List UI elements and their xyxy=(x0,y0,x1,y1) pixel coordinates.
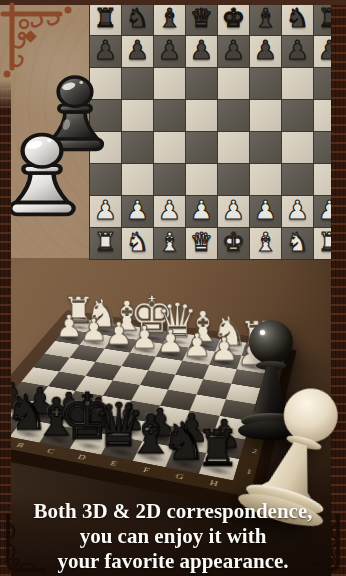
square-2d-f2[interactable]: ♟ xyxy=(250,196,281,227)
square-2d-h1[interactable]: ♜ xyxy=(314,228,345,259)
piece-2d-black-pawn[interactable]: ♟ xyxy=(250,34,281,67)
square-2d-d4[interactable] xyxy=(186,132,217,163)
top-border-bar xyxy=(0,0,346,5)
piece-3d-white-pawn[interactable]: ♟ xyxy=(104,318,132,349)
square-2d-f3[interactable] xyxy=(250,164,281,195)
square-2d-b7[interactable]: ♟ xyxy=(122,36,153,67)
square-2d-b4[interactable] xyxy=(122,132,153,163)
piece-2d-black-knight[interactable]: ♞ xyxy=(122,2,153,35)
caption: Both 3D & 2D correspondence, you can enj… xyxy=(0,499,346,574)
piece-2d-black-king[interactable]: ♚ xyxy=(218,2,249,35)
square-2d-a5[interactable] xyxy=(90,100,121,131)
piece-3d-white-pawn[interactable]: ♟ xyxy=(55,310,83,341)
square-2d-h5[interactable] xyxy=(314,100,345,131)
square-2d-e7[interactable]: ♟ xyxy=(218,36,249,67)
square-2d-c2[interactable]: ♟ xyxy=(154,196,185,227)
square-2d-c5[interactable] xyxy=(154,100,185,131)
square-2d-e2[interactable]: ♟ xyxy=(218,196,249,227)
piece-2d-black-pawn[interactable]: ♟ xyxy=(186,34,217,67)
piece-2d-white-king[interactable]: ♚ xyxy=(218,226,249,259)
piece-2d-white-queen[interactable]: ♛ xyxy=(186,226,217,259)
square-2d-e4[interactable] xyxy=(218,132,249,163)
square-2d-d5[interactable] xyxy=(186,100,217,131)
square-2d-a2[interactable]: ♟ xyxy=(90,196,121,227)
square-2d-d8[interactable]: ♛ xyxy=(186,4,217,35)
square-2d-b1[interactable]: ♞ xyxy=(122,228,153,259)
square-2d-b5[interactable] xyxy=(122,100,153,131)
square-2d-a8[interactable]: ♜ xyxy=(90,4,121,35)
piece-2d-white-knight[interactable]: ♞ xyxy=(122,226,153,259)
square-2d-g5[interactable] xyxy=(282,100,313,131)
piece-2d-black-pawn[interactable]: ♟ xyxy=(314,34,345,67)
square-2d-c3[interactable] xyxy=(154,164,185,195)
piece-2d-black-rook[interactable]: ♜ xyxy=(314,2,345,35)
piece-2d-white-pawn[interactable]: ♟ xyxy=(250,194,281,227)
piece-2d-white-rook[interactable]: ♜ xyxy=(90,226,121,259)
square-2d-c7[interactable]: ♟ xyxy=(154,36,185,67)
square-2d-c6[interactable] xyxy=(154,68,185,99)
piece-2d-white-pawn[interactable]: ♟ xyxy=(218,194,249,227)
piece-2d-black-pawn[interactable]: ♟ xyxy=(282,34,313,67)
top-left-corner-ornament xyxy=(0,2,74,80)
square-2d-h6[interactable] xyxy=(314,68,345,99)
piece-2d-black-pawn[interactable]: ♟ xyxy=(218,34,249,67)
square-2d-h7[interactable]: ♟ xyxy=(314,36,345,67)
caption-line-3: your favorite appearance. xyxy=(0,549,346,574)
piece-2d-black-bishop[interactable]: ♝ xyxy=(250,2,281,35)
piece-3d-white-pawn[interactable]: ♟ xyxy=(130,321,158,353)
square-2d-f4[interactable] xyxy=(250,132,281,163)
piece-2d-black-pawn[interactable]: ♟ xyxy=(122,34,153,67)
piece-2d-white-knight[interactable]: ♞ xyxy=(282,226,313,259)
square-2d-f1[interactable]: ♝ xyxy=(250,228,281,259)
square-2d-f5[interactable] xyxy=(250,100,281,131)
square-2d-h4[interactable] xyxy=(314,132,345,163)
piece-2d-black-pawn[interactable]: ♟ xyxy=(154,34,185,67)
rank-label-1: 1 xyxy=(243,461,254,483)
piece-2d-white-bishop[interactable]: ♝ xyxy=(154,226,185,259)
square-2d-c8[interactable]: ♝ xyxy=(154,4,185,35)
square-2d-c1[interactable]: ♝ xyxy=(154,228,185,259)
piece-2d-black-knight[interactable]: ♞ xyxy=(282,2,313,35)
caption-line-2: you can enjoy it with xyxy=(0,524,346,549)
square-2d-a4[interactable] xyxy=(90,132,121,163)
piece-2d-white-rook[interactable]: ♜ xyxy=(314,226,345,259)
promo-screenshot: ♜♞♝♛♚♝♞♜♟♟♟♟♟♟♟♟♟♟♟♟♟♟♟♟♜♞♝♛♚♝♞♜ xyxy=(0,0,346,576)
square-2d-f8[interactable]: ♝ xyxy=(250,4,281,35)
piece-2d-black-rook[interactable]: ♜ xyxy=(90,2,121,35)
square-2d-h2[interactable]: ♟ xyxy=(314,196,345,227)
square-2d-a6[interactable] xyxy=(90,68,121,99)
square-2d-h8[interactable]: ♜ xyxy=(314,4,345,35)
rank-label-8: 8 xyxy=(277,348,285,362)
cartoon-white-pawn-icon xyxy=(6,128,78,218)
piece-2d-white-pawn[interactable]: ♟ xyxy=(154,194,185,227)
rank-label-7: 7 xyxy=(273,361,281,376)
square-2d-e3[interactable] xyxy=(218,164,249,195)
square-2d-d2[interactable]: ♟ xyxy=(186,196,217,227)
square-2d-d1[interactable]: ♛ xyxy=(186,228,217,259)
piece-2d-black-bishop[interactable]: ♝ xyxy=(154,2,185,35)
square-2d-b6[interactable] xyxy=(122,68,153,99)
square-2d-e1[interactable]: ♚ xyxy=(218,228,249,259)
square-2d-g8[interactable]: ♞ xyxy=(282,4,313,35)
square-2d-a7[interactable]: ♟ xyxy=(90,36,121,67)
rank-label-4: 4 xyxy=(260,406,269,424)
piece-2d-white-bishop[interactable]: ♝ xyxy=(250,226,281,259)
square-2d-b8[interactable]: ♞ xyxy=(122,4,153,35)
square-2d-d6[interactable] xyxy=(186,68,217,99)
square-2d-e8[interactable]: ♚ xyxy=(218,4,249,35)
square-2d-g2[interactable]: ♟ xyxy=(282,196,313,227)
square-2d-a3[interactable] xyxy=(90,164,121,195)
piece-3d-black-rook[interactable]: ♜ xyxy=(194,424,239,474)
square-2d-e5[interactable] xyxy=(218,100,249,131)
piece-3d-white-pawn[interactable]: ♟ xyxy=(209,333,238,366)
piece-2d-white-pawn[interactable]: ♟ xyxy=(282,194,313,227)
square-2d-f6[interactable] xyxy=(250,68,281,99)
square-2d-g1[interactable]: ♞ xyxy=(282,228,313,259)
piece-2d-black-queen[interactable]: ♛ xyxy=(186,2,217,35)
rank-label-3: 3 xyxy=(255,423,265,442)
square-2d-g7[interactable]: ♟ xyxy=(282,36,313,67)
piece-2d-white-pawn[interactable]: ♟ xyxy=(314,194,345,227)
rank-label-5: 5 xyxy=(264,390,273,407)
board-2d[interactable]: ♜♞♝♛♚♝♞♜♟♟♟♟♟♟♟♟♟♟♟♟♟♟♟♟♜♞♝♛♚♝♞♜ xyxy=(90,4,345,259)
caption-line-1: Both 3D & 2D correspondence, xyxy=(0,499,346,524)
piece-3d-white-pawn[interactable]: ♟ xyxy=(79,314,107,345)
square-2d-f7[interactable]: ♟ xyxy=(250,36,281,67)
piece-2d-white-pawn[interactable]: ♟ xyxy=(90,194,121,227)
square-2d-g6[interactable] xyxy=(282,68,313,99)
square-2d-g4[interactable] xyxy=(282,132,313,163)
piece-3d-white-pawn[interactable]: ♟ xyxy=(182,329,211,361)
square-2d-g3[interactable] xyxy=(282,164,313,195)
square-2d-d3[interactable] xyxy=(186,164,217,195)
piece-2d-black-pawn[interactable]: ♟ xyxy=(90,34,121,67)
square-2d-e6[interactable] xyxy=(218,68,249,99)
piece-2d-white-pawn[interactable]: ♟ xyxy=(186,194,217,227)
piece-3d-white-pawn[interactable]: ♟ xyxy=(237,337,266,370)
square-2d-b2[interactable]: ♟ xyxy=(122,196,153,227)
square-2d-c4[interactable] xyxy=(154,132,185,163)
square-2d-b3[interactable] xyxy=(122,164,153,195)
piece-3d-white-pawn[interactable]: ♟ xyxy=(156,325,185,357)
rank-label-6: 6 xyxy=(269,375,278,391)
square-2d-h3[interactable] xyxy=(314,164,345,195)
square-2d-d7[interactable]: ♟ xyxy=(186,36,217,67)
square-2d-a1[interactable]: ♜ xyxy=(90,228,121,259)
piece-2d-white-pawn[interactable]: ♟ xyxy=(122,194,153,227)
rank-label-2: 2 xyxy=(249,441,259,462)
